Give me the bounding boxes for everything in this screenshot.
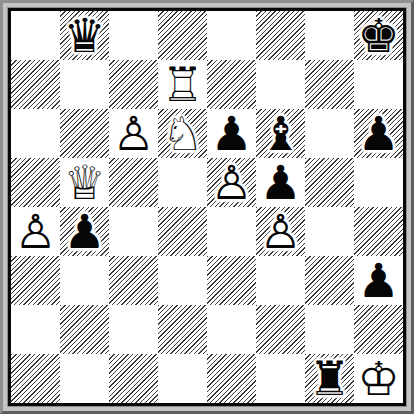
square-b1[interactable] [60,354,109,403]
square-e7[interactable] [207,60,256,109]
square-h2[interactable] [354,305,403,354]
black-pawn-e6[interactable]: ♟♟ [207,109,256,158]
white-pawn-c6[interactable]: ♟♙ [109,109,158,158]
square-a8[interactable] [11,11,60,60]
square-g3[interactable] [305,256,354,305]
square-d5[interactable] [158,158,207,207]
square-f2[interactable] [256,305,305,354]
square-h3[interactable]: ♟♟ [354,256,403,305]
black-pawn-h6[interactable]: ♟♟ [354,109,403,158]
white-pawn-icon: ♙ [207,158,256,207]
square-h7[interactable] [354,60,403,109]
square-a5[interactable] [11,158,60,207]
square-c2[interactable] [109,305,158,354]
square-f4[interactable]: ♟♙ [256,207,305,256]
chess-diagram-frame: ♛♛♚♚♜♖♟♙♞♘♟♟♝♝♟♟♛♕♟♙♟♟♟♙♟♟♟♙♟♟♜♜♚♔ [0,0,414,414]
square-f1[interactable] [256,354,305,403]
square-h1[interactable]: ♚♔ [354,354,403,403]
black-queen-b8[interactable]: ♛♛ [60,11,109,60]
square-h4[interactable] [354,207,403,256]
white-queen-b5[interactable]: ♛♕ [60,158,109,207]
white-pawn-e5[interactable]: ♟♙ [207,158,256,207]
square-e2[interactable] [207,305,256,354]
chess-board: ♛♛♚♚♜♖♟♙♞♘♟♟♝♝♟♟♛♕♟♙♟♟♟♙♟♟♟♙♟♟♜♜♚♔ [11,11,403,403]
square-b8[interactable]: ♛♛ [60,11,109,60]
white-rook-icon: ♖ [158,60,207,109]
square-a6[interactable] [11,109,60,158]
black-pawn-icon: ♟ [60,207,109,256]
square-c7[interactable] [109,60,158,109]
white-queen-icon: ♕ [60,158,109,207]
square-b7[interactable] [60,60,109,109]
black-king-icon: ♚ [354,11,403,60]
square-g4[interactable] [305,207,354,256]
square-d4[interactable] [158,207,207,256]
square-e8[interactable] [207,11,256,60]
black-rook-icon: ♜ [305,354,354,403]
black-pawn-icon: ♟ [207,109,256,158]
black-pawn-icon: ♟ [256,158,305,207]
square-e4[interactable] [207,207,256,256]
black-pawn-f5[interactable]: ♟♟ [256,158,305,207]
square-h8[interactable]: ♚♚ [354,11,403,60]
square-f8[interactable] [256,11,305,60]
black-queen-icon: ♛ [60,11,109,60]
white-pawn-f4[interactable]: ♟♙ [256,207,305,256]
square-e1[interactable] [207,354,256,403]
square-d7[interactable]: ♜♖ [158,60,207,109]
white-pawn-a4[interactable]: ♟♙ [11,207,60,256]
square-e5[interactable]: ♟♙ [207,158,256,207]
black-pawn-b4[interactable]: ♟♟ [60,207,109,256]
black-pawn-icon: ♟ [354,109,403,158]
square-g8[interactable] [305,11,354,60]
white-pawn-icon: ♙ [109,109,158,158]
square-f6[interactable]: ♝♝ [256,109,305,158]
square-a2[interactable] [11,305,60,354]
white-pawn-icon: ♙ [11,207,60,256]
black-bishop-icon: ♝ [256,109,305,158]
square-f7[interactable] [256,60,305,109]
square-e6[interactable]: ♟♟ [207,109,256,158]
square-b3[interactable] [60,256,109,305]
square-d1[interactable] [158,354,207,403]
square-c8[interactable] [109,11,158,60]
square-a4[interactable]: ♟♙ [11,207,60,256]
square-c1[interactable] [109,354,158,403]
square-f3[interactable] [256,256,305,305]
square-c6[interactable]: ♟♙ [109,109,158,158]
square-b4[interactable]: ♟♟ [60,207,109,256]
white-knight-d6[interactable]: ♞♘ [158,109,207,158]
square-g5[interactable] [305,158,354,207]
white-king-icon: ♔ [354,354,403,403]
square-d8[interactable] [158,11,207,60]
square-a1[interactable] [11,354,60,403]
square-d3[interactable] [158,256,207,305]
square-b6[interactable] [60,109,109,158]
square-g6[interactable] [305,109,354,158]
black-pawn-h3[interactable]: ♟♟ [354,256,403,305]
square-h5[interactable] [354,158,403,207]
square-g7[interactable] [305,60,354,109]
square-g1[interactable]: ♜♜ [305,354,354,403]
square-b2[interactable] [60,305,109,354]
square-g2[interactable] [305,305,354,354]
square-b5[interactable]: ♛♕ [60,158,109,207]
white-pawn-icon: ♙ [256,207,305,256]
square-f5[interactable]: ♟♟ [256,158,305,207]
black-bishop-f6[interactable]: ♝♝ [256,109,305,158]
black-rook-g1[interactable]: ♜♜ [305,354,354,403]
square-c4[interactable] [109,207,158,256]
white-king-h1[interactable]: ♚♔ [354,354,403,403]
black-king-h8[interactable]: ♚♚ [354,11,403,60]
square-a3[interactable] [11,256,60,305]
square-h6[interactable]: ♟♟ [354,109,403,158]
square-a7[interactable] [11,60,60,109]
square-c3[interactable] [109,256,158,305]
board-border: ♛♛♚♚♜♖♟♙♞♘♟♟♝♝♟♟♛♕♟♙♟♟♟♙♟♟♟♙♟♟♜♜♚♔ [8,8,406,406]
square-d2[interactable] [158,305,207,354]
square-c5[interactable] [109,158,158,207]
white-rook-d7[interactable]: ♜♖ [158,60,207,109]
square-d6[interactable]: ♞♘ [158,109,207,158]
white-knight-icon: ♘ [158,109,207,158]
square-e3[interactable] [207,256,256,305]
black-pawn-icon: ♟ [354,256,403,305]
